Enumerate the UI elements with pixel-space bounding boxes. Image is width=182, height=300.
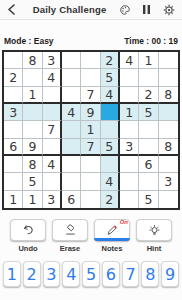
numpad-4[interactable]: 4 xyxy=(62,261,80,287)
sudoku-cell-r6c2[interactable]: 9 xyxy=(23,139,42,156)
sudoku-cell-r5c3[interactable]: 7 xyxy=(43,121,62,138)
sudoku-cell-r2c2[interactable] xyxy=(23,69,42,86)
erase-button[interactable]: Erase xyxy=(51,219,89,253)
numpad-3[interactable]: 3 xyxy=(43,261,61,287)
palette-icon xyxy=(119,4,131,16)
sudoku-cell-r9c1[interactable]: 1 xyxy=(4,191,23,208)
sudoku-cell-r2c4[interactable] xyxy=(62,69,81,86)
page-title: Daily Challenge xyxy=(21,4,118,15)
navbar: Daily Challenge xyxy=(0,0,182,20)
sudoku-cell-r1c6[interactable]: 2 xyxy=(101,52,120,69)
sudoku-cell-r9c7[interactable] xyxy=(120,191,139,208)
sudoku-cell-r8c5[interactable] xyxy=(81,173,100,190)
sudoku-cell-r1c9[interactable] xyxy=(159,52,178,69)
sudoku-cell-r9c8[interactable]: 5 xyxy=(139,191,158,208)
sudoku-cell-r2c9[interactable] xyxy=(159,69,178,86)
notes-label: Notes xyxy=(102,244,123,253)
hint-button[interactable]: Hint xyxy=(135,219,173,253)
hint-button-face xyxy=(136,219,172,241)
sudoku-cell-r9c9[interactable] xyxy=(159,191,178,208)
sudoku-cell-r5c1[interactable] xyxy=(4,121,23,138)
settings-button[interactable] xyxy=(162,3,175,16)
sudoku-cell-r2c8[interactable] xyxy=(139,69,158,86)
sudoku-cell-r3c8[interactable]: 2 xyxy=(139,87,158,104)
sudoku-cell-r5c8[interactable] xyxy=(139,121,158,138)
sudoku-cell-r4c3[interactable] xyxy=(43,104,62,121)
info-row: Mode : Easy Time : 00 : 19 xyxy=(4,36,178,46)
sudoku-cell-r9c5[interactable] xyxy=(81,191,100,208)
sudoku-cell-r8c4[interactable] xyxy=(62,173,81,190)
sudoku-cell-r4c9[interactable] xyxy=(159,104,178,121)
sudoku-cell-r7c2[interactable]: 8 xyxy=(23,156,42,173)
navbar-actions xyxy=(118,3,175,16)
sudoku-cell-r1c2[interactable]: 8 xyxy=(23,52,42,69)
sudoku-cell-r8c3[interactable] xyxy=(43,173,62,190)
sudoku-cell-r4c4[interactable]: 4 xyxy=(62,104,81,121)
numpad-9[interactable]: 9 xyxy=(161,261,179,287)
sudoku-cell-r7c1[interactable] xyxy=(4,156,23,173)
sudoku-cell-r3c3[interactable] xyxy=(43,87,62,104)
undo-button[interactable]: Undo xyxy=(9,219,47,253)
sudoku-cell-r9c3[interactable]: 3 xyxy=(43,191,62,208)
sudoku-cell-r5c4[interactable] xyxy=(62,121,81,138)
sudoku-cell-r3c4[interactable] xyxy=(62,87,81,104)
sudoku-grid: 83241245174283491571697538846543113625 xyxy=(2,50,180,210)
sudoku-cell-r7c9[interactable] xyxy=(159,156,178,173)
sudoku-cell-r5c5[interactable]: 1 xyxy=(81,121,100,138)
sudoku-cell-r1c4[interactable] xyxy=(62,52,81,69)
erase-label: Erase xyxy=(60,244,80,253)
sudoku-cell-r4c2[interactable] xyxy=(23,104,42,121)
sudoku-cell-r4c5[interactable]: 9 xyxy=(81,104,100,121)
sudoku-cell-r8c6[interactable]: 4 xyxy=(101,173,120,190)
sudoku-cell-r7c6[interactable] xyxy=(101,156,120,173)
sudoku-cell-r8c7[interactable] xyxy=(120,173,139,190)
numpad-1[interactable]: 1 xyxy=(3,261,21,287)
sudoku-cell-r8c9[interactable]: 3 xyxy=(159,173,178,190)
sudoku-cell-r1c8[interactable]: 1 xyxy=(139,52,158,69)
pause-icon xyxy=(142,4,151,15)
undo-button-face xyxy=(10,219,46,241)
back-button[interactable] xyxy=(7,4,21,15)
sudoku-cell-r1c5[interactable] xyxy=(81,52,100,69)
sudoku-cell-r8c1[interactable] xyxy=(4,173,23,190)
sudoku-cell-r8c2[interactable]: 5 xyxy=(23,173,42,190)
sudoku-cell-r6c3[interactable] xyxy=(43,139,62,156)
sudoku-cell-r6c5[interactable]: 7 xyxy=(81,139,100,156)
numpad-2[interactable]: 2 xyxy=(23,261,41,287)
sudoku-cell-r3c6[interactable]: 4 xyxy=(101,87,120,104)
theme-button[interactable] xyxy=(118,3,131,16)
sudoku-cell-r3c1[interactable] xyxy=(4,87,23,104)
sudoku-cell-r6c9[interactable]: 8 xyxy=(159,139,178,156)
sudoku-cell-r6c8[interactable] xyxy=(139,139,158,156)
sudoku-cell-r2c1[interactable]: 2 xyxy=(4,69,23,86)
sudoku-cell-r5c2[interactable] xyxy=(23,121,42,138)
sudoku-cell-r5c7[interactable] xyxy=(120,121,139,138)
erase-button-face xyxy=(52,219,88,241)
sudoku-cell-r1c3[interactable]: 3 xyxy=(43,52,62,69)
sudoku-cell-r7c5[interactable] xyxy=(81,156,100,173)
sudoku-cell-r8c8[interactable] xyxy=(139,173,158,190)
mode-label: Mode : Easy xyxy=(4,36,54,46)
numpad-5[interactable]: 5 xyxy=(82,261,100,287)
sudoku-cell-r4c8[interactable]: 5 xyxy=(139,104,158,121)
numpad: 123456789 xyxy=(0,261,182,287)
notes-button[interactable]: On Notes xyxy=(93,219,131,253)
sudoku-cell-r2c7[interactable] xyxy=(120,69,139,86)
sudoku-cell-r6c7[interactable]: 3 xyxy=(120,139,139,156)
pencil-icon xyxy=(106,224,119,236)
sudoku-cell-r2c6[interactable]: 5 xyxy=(101,69,120,86)
eraser-icon xyxy=(64,224,77,236)
notes-active-indicator xyxy=(94,238,130,241)
numpad-8[interactable]: 8 xyxy=(141,261,159,287)
sudoku-cell-r4c6[interactable] xyxy=(101,104,120,121)
sudoku-cell-r6c6[interactable]: 5 xyxy=(101,139,120,156)
sudoku-cell-r3c7[interactable] xyxy=(120,87,139,104)
undo-label: Undo xyxy=(18,244,37,253)
timer-label: Time : 00 : 19 xyxy=(124,36,178,46)
sudoku-cell-r7c4[interactable] xyxy=(62,156,81,173)
sudoku-cell-r2c3[interactable]: 4 xyxy=(43,69,62,86)
numpad-7[interactable]: 7 xyxy=(122,261,140,287)
sudoku-cell-r7c3[interactable]: 4 xyxy=(43,156,62,173)
sudoku-cell-r9c2[interactable]: 1 xyxy=(23,191,42,208)
toolbar: Undo Erase On Notes xyxy=(0,219,182,253)
lightbulb-icon xyxy=(148,224,161,237)
notes-on-badge: On xyxy=(120,219,128,225)
hint-label: Hint xyxy=(147,244,162,253)
sudoku-cell-r1c1[interactable] xyxy=(4,52,23,69)
sudoku-cell-r6c4[interactable] xyxy=(62,139,81,156)
chevron-left-icon xyxy=(7,4,16,15)
sudoku-cell-r9c4[interactable]: 6 xyxy=(62,191,81,208)
sudoku-cell-r4c1[interactable]: 3 xyxy=(4,104,23,121)
sudoku-cell-r9c6[interactable]: 2 xyxy=(101,191,120,208)
pause-button[interactable] xyxy=(140,3,153,16)
sudoku-cell-r3c5[interactable]: 7 xyxy=(81,87,100,104)
notes-button-face: On xyxy=(94,219,130,241)
sudoku-cell-r6c1[interactable]: 6 xyxy=(4,139,23,156)
numpad-6[interactable]: 6 xyxy=(102,261,120,287)
sudoku-cell-r3c9[interactable]: 8 xyxy=(159,87,178,104)
undo-arrow-icon xyxy=(22,224,35,236)
sudoku-cell-r5c9[interactable] xyxy=(159,121,178,138)
sudoku-cell-r7c7[interactable] xyxy=(120,156,139,173)
sudoku-cell-r4c7[interactable]: 1 xyxy=(120,104,139,121)
sudoku-cell-r7c8[interactable]: 6 xyxy=(139,156,158,173)
sudoku-cell-r3c2[interactable]: 1 xyxy=(23,87,42,104)
sudoku-cell-r2c5[interactable] xyxy=(81,69,100,86)
sudoku-cell-r5c6[interactable] xyxy=(101,121,120,138)
sudoku-cell-r1c7[interactable]: 4 xyxy=(120,52,139,69)
gear-icon xyxy=(163,4,175,16)
